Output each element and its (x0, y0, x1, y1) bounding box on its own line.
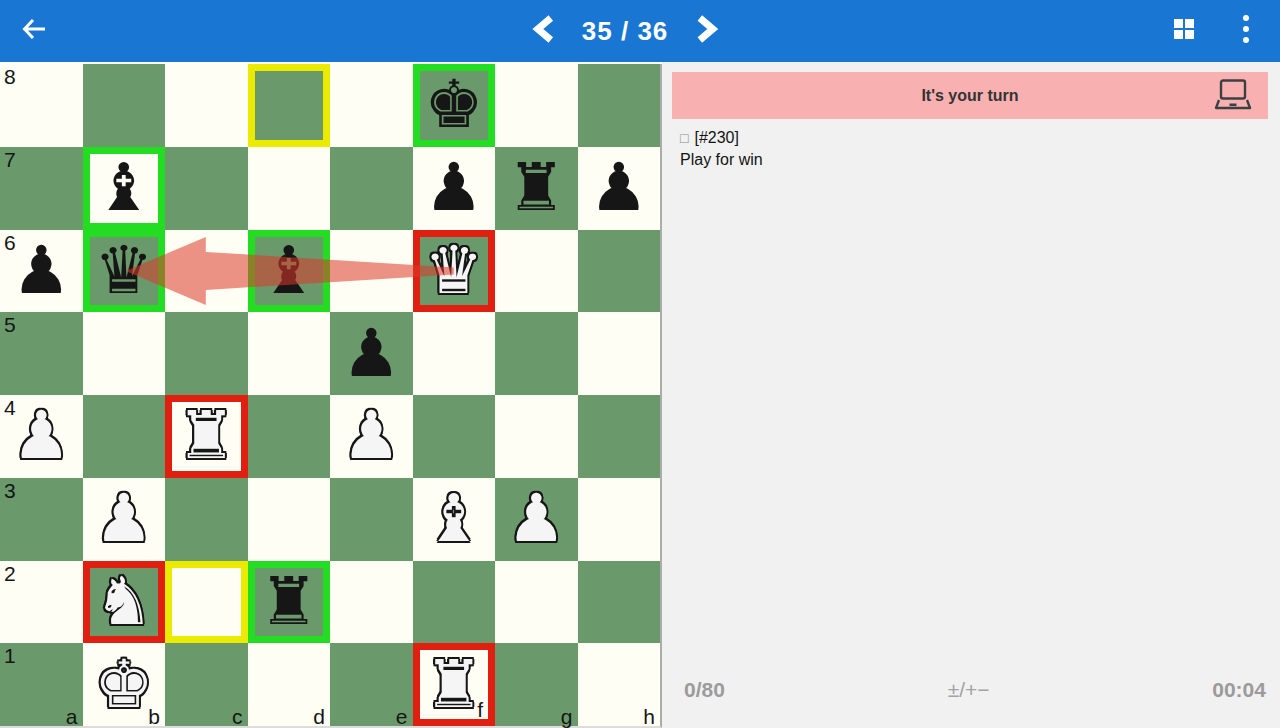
piece-black-rook-g7: ♜ (495, 147, 578, 230)
piece-black-pawn-a6: ♟ (0, 230, 83, 313)
square-f8[interactable]: ♚ (413, 64, 496, 147)
piece-black-rook-d2: ♜ (255, 568, 324, 637)
square-c5[interactable] (165, 312, 248, 395)
file-label-e: e (396, 706, 408, 727)
square-e2[interactable] (330, 561, 413, 644)
grid-view-icon (1171, 16, 1197, 46)
rank-label-5: 5 (4, 314, 16, 335)
next-puzzle-button[interactable] (694, 14, 718, 48)
square-e8[interactable] (330, 64, 413, 147)
puzzle-counter: 35 / 36 (582, 16, 669, 47)
square-b2[interactable]: ♞ (83, 561, 166, 644)
puzzle-id: [#230] (694, 127, 738, 149)
square-d5[interactable] (248, 312, 331, 395)
rank-label-1: 1 (4, 645, 16, 666)
piece-white-queen-f6: ♛ (420, 237, 489, 306)
piece-black-pawn-h7: ♟ (578, 147, 661, 230)
status-row: 0/80 ±/+− 00:04 (662, 678, 1280, 702)
square-d4[interactable] (248, 395, 331, 478)
rank-label-4: 4 (4, 397, 16, 418)
square-g6[interactable] (495, 230, 578, 313)
square-b6[interactable]: ♛ (83, 230, 166, 313)
rank-label-7: 7 (4, 149, 16, 170)
square-a7[interactable]: 7 (0, 147, 83, 230)
square-a4[interactable]: 4♟ (0, 395, 83, 478)
overflow-menu-icon (1242, 14, 1250, 48)
square-d2[interactable]: ♜ (248, 561, 331, 644)
turn-banner: It's your turn (672, 72, 1268, 119)
square-h8[interactable] (578, 64, 661, 147)
square-e7[interactable] (330, 147, 413, 230)
square-g4[interactable] (495, 395, 578, 478)
square-a1[interactable]: 1a (0, 643, 83, 726)
chess-board: 8♚7♝♟♜♟6♟♛♝♛5♟4♟♜♟3♟♝♟2♞♜1ab♚cdef♜gh (0, 64, 660, 726)
piece-white-bishop-f3: ♝ (413, 478, 496, 561)
square-e4[interactable]: ♟ (330, 395, 413, 478)
square-d6[interactable]: ♝ (248, 230, 331, 313)
square-g3[interactable]: ♟ (495, 478, 578, 561)
score-counter: 0/80 (684, 678, 725, 702)
puzzle-navigation: 35 / 36 (532, 0, 719, 62)
rank-label-2: 2 (4, 563, 16, 584)
square-g1[interactable]: g (495, 643, 578, 726)
square-f2[interactable] (413, 561, 496, 644)
square-d1[interactable]: d (248, 643, 331, 726)
square-f3[interactable]: ♝ (413, 478, 496, 561)
turn-banner-text: It's your turn (921, 87, 1018, 105)
file-label-g: g (561, 706, 573, 727)
file-label-f: f (477, 699, 483, 720)
square-h6[interactable] (578, 230, 661, 313)
square-e6[interactable] (330, 230, 413, 313)
board-area: 8♚7♝♟♜♟6♟♛♝♛5♟4♟♜♟3♟♝♟2♞♜1ab♚cdef♜gh (0, 64, 662, 728)
puzzle-goal: Play for win (680, 149, 1280, 171)
piece-black-pawn-f7: ♟ (413, 147, 496, 230)
square-h7[interactable]: ♟ (578, 147, 661, 230)
info-panel: It's your turn □ [#230] Play for win 0/8… (662, 62, 1280, 728)
checkbox-icon: □ (680, 127, 688, 149)
piece-white-rook-f1: ♜ (420, 650, 489, 719)
square-h1[interactable]: h (578, 643, 661, 726)
chevron-left-icon (532, 14, 556, 48)
square-a6[interactable]: 6♟ (0, 230, 83, 313)
piece-white-pawn-g3: ♟ (495, 478, 578, 561)
puzzle-id-line: □ [#230] (680, 127, 1280, 149)
square-f1[interactable]: f♜ (413, 643, 496, 726)
square-c6[interactable] (165, 230, 248, 313)
piece-black-king-f8: ♚ (420, 71, 489, 140)
square-d3[interactable] (248, 478, 331, 561)
square-d8[interactable] (248, 64, 331, 147)
overflow-menu-button[interactable] (1222, 7, 1270, 55)
rank-label-3: 3 (4, 480, 16, 501)
square-c8[interactable] (165, 64, 248, 147)
piece-white-king-b1: ♚ (83, 643, 166, 726)
grid-view-button[interactable] (1160, 7, 1208, 55)
square-c4[interactable]: ♜ (165, 395, 248, 478)
rank-label-6: 6 (4, 232, 16, 253)
square-e3[interactable] (330, 478, 413, 561)
evaluation-label: ±/+− (948, 678, 990, 702)
square-b3[interactable]: ♟ (83, 478, 166, 561)
square-h2[interactable] (578, 561, 661, 644)
piece-white-knight-b2: ♞ (90, 568, 159, 637)
piece-black-bishop-d6: ♝ (255, 237, 324, 306)
piece-black-pawn-e5: ♟ (330, 312, 413, 395)
piece-white-pawn-e4: ♟ (330, 395, 413, 478)
square-h5[interactable] (578, 312, 661, 395)
square-a2[interactable]: 2 (0, 561, 83, 644)
square-b1[interactable]: b♚ (83, 643, 166, 726)
square-a5[interactable]: 5 (0, 312, 83, 395)
square-g2[interactable] (495, 561, 578, 644)
back-arrow-icon (20, 15, 48, 47)
clock: 00:04 (1212, 678, 1266, 702)
task-block: □ [#230] Play for win (680, 127, 1280, 171)
chevron-right-icon (694, 14, 718, 48)
square-g7[interactable]: ♜ (495, 147, 578, 230)
square-f4[interactable] (413, 395, 496, 478)
square-b5[interactable] (83, 312, 166, 395)
square-c3[interactable] (165, 478, 248, 561)
square-g5[interactable] (495, 312, 578, 395)
square-f6[interactable]: ♛ (413, 230, 496, 313)
square-e1[interactable]: e (330, 643, 413, 726)
square-b7[interactable]: ♝ (83, 147, 166, 230)
prev-puzzle-button[interactable] (532, 14, 556, 48)
toolbar-actions (1160, 0, 1270, 62)
piece-black-bishop-b7: ♝ (90, 154, 159, 223)
square-c7[interactable] (165, 147, 248, 230)
piece-white-rook-c4: ♜ (172, 402, 241, 471)
file-label-h: h (643, 706, 655, 727)
file-label-a: a (66, 706, 78, 727)
square-a8[interactable]: 8 (0, 64, 83, 147)
file-label-c: c (232, 706, 243, 727)
square-f7[interactable]: ♟ (413, 147, 496, 230)
laptop-icon (1212, 78, 1254, 116)
square-h3[interactable] (578, 478, 661, 561)
rank-label-8: 8 (4, 66, 16, 87)
piece-white-pawn-a4: ♟ (0, 395, 83, 478)
square-b8[interactable] (83, 64, 166, 147)
file-label-d: d (313, 706, 325, 727)
toolbar: 35 / 36 (0, 0, 1280, 62)
square-h4[interactable] (578, 395, 661, 478)
square-e5[interactable]: ♟ (330, 312, 413, 395)
square-g8[interactable] (495, 64, 578, 147)
file-label-b: b (148, 706, 160, 727)
piece-white-pawn-b3: ♟ (83, 478, 166, 561)
square-a3[interactable]: 3 (0, 478, 83, 561)
square-c2[interactable] (165, 561, 248, 644)
square-f5[interactable] (413, 312, 496, 395)
app-window: 35 / 36 (0, 0, 1280, 728)
piece-black-queen-b6: ♛ (90, 237, 159, 306)
back-button[interactable] (10, 7, 58, 55)
square-b4[interactable] (83, 395, 166, 478)
square-d7[interactable] (248, 147, 331, 230)
square-c1[interactable]: c (165, 643, 248, 726)
